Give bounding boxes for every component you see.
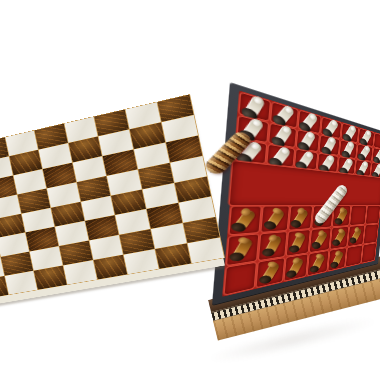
tray-compartment: [364, 224, 378, 243]
stored-brown-piece: [333, 229, 347, 245]
stored-white-piece: [343, 124, 357, 142]
stored-white-piece: [373, 163, 380, 179]
tray-compartment: [348, 226, 364, 246]
tray-compartment: [224, 263, 256, 295]
stored-white-piece: [320, 154, 336, 173]
tray-compartment: [261, 206, 288, 232]
stored-white-piece: [300, 112, 319, 132]
tray-compartment: [357, 144, 372, 161]
stored-white-piece: [360, 129, 372, 146]
board-square: [5, 271, 37, 294]
stored-white-piece: [322, 136, 337, 155]
tray-compartment: [366, 206, 380, 224]
stored-brown-piece: [292, 208, 309, 227]
tray-compartment: [372, 148, 380, 163]
tray-compartment: [330, 227, 348, 249]
stored-white-piece: [270, 145, 292, 167]
tray-compartment: [239, 92, 270, 120]
tray-compartment: [259, 232, 286, 260]
stored-brown-piece: [350, 228, 362, 243]
tray-compartment: [289, 206, 312, 230]
tray-compartment: [310, 228, 331, 251]
tray-compartment: [350, 206, 366, 225]
stored-brown-piece: [260, 262, 280, 282]
stored-white-piece: [274, 104, 296, 126]
stored-brown-piece: [331, 251, 344, 267]
stored-white-piece: [299, 131, 316, 152]
tray-compartment: [229, 206, 261, 234]
chessboard: [0, 94, 225, 300]
tray-compartment: [287, 230, 310, 255]
tray-compartment: [295, 150, 318, 170]
stored-white-piece: [374, 148, 380, 164]
stored-brown-piece: [263, 236, 282, 256]
stored-white-piece: [342, 140, 355, 158]
product-photo-stage: [0, 0, 380, 380]
tray-compartment: [320, 136, 340, 155]
tray-compartment: [355, 160, 370, 176]
tray-compartment: [333, 206, 351, 227]
tray-compartment: [318, 154, 338, 172]
board-square: [63, 260, 96, 284]
board-square: [93, 255, 127, 279]
stored-brown-piece: [290, 233, 306, 251]
stored-brown-piece: [313, 231, 329, 248]
tray-compartment: [340, 140, 357, 158]
stored-brown-piece: [233, 209, 257, 231]
stored-brown-piece: [231, 238, 254, 260]
tray-compartment: [271, 102, 297, 127]
stored-white-piece: [323, 118, 339, 137]
stored-brown-piece: [287, 258, 304, 276]
chessboard-grid: [0, 94, 225, 300]
tray-compartment: [227, 235, 259, 265]
stored-white-piece: [357, 160, 369, 177]
tray-compartment: [338, 157, 355, 174]
board-square: [124, 249, 159, 274]
board-square: [155, 244, 191, 269]
stored-brown-piece: [311, 254, 326, 271]
stored-white-piece: [358, 145, 371, 161]
stored-white-piece: [297, 150, 315, 170]
stored-brown-piece: [265, 208, 286, 228]
stored-brown-piece: [335, 208, 348, 224]
tray-compartment: [371, 163, 380, 178]
stored-white-piece: [272, 125, 293, 147]
tray-compartment: [267, 145, 293, 167]
board-square: [34, 266, 67, 290]
stored-white-piece: [340, 157, 354, 175]
